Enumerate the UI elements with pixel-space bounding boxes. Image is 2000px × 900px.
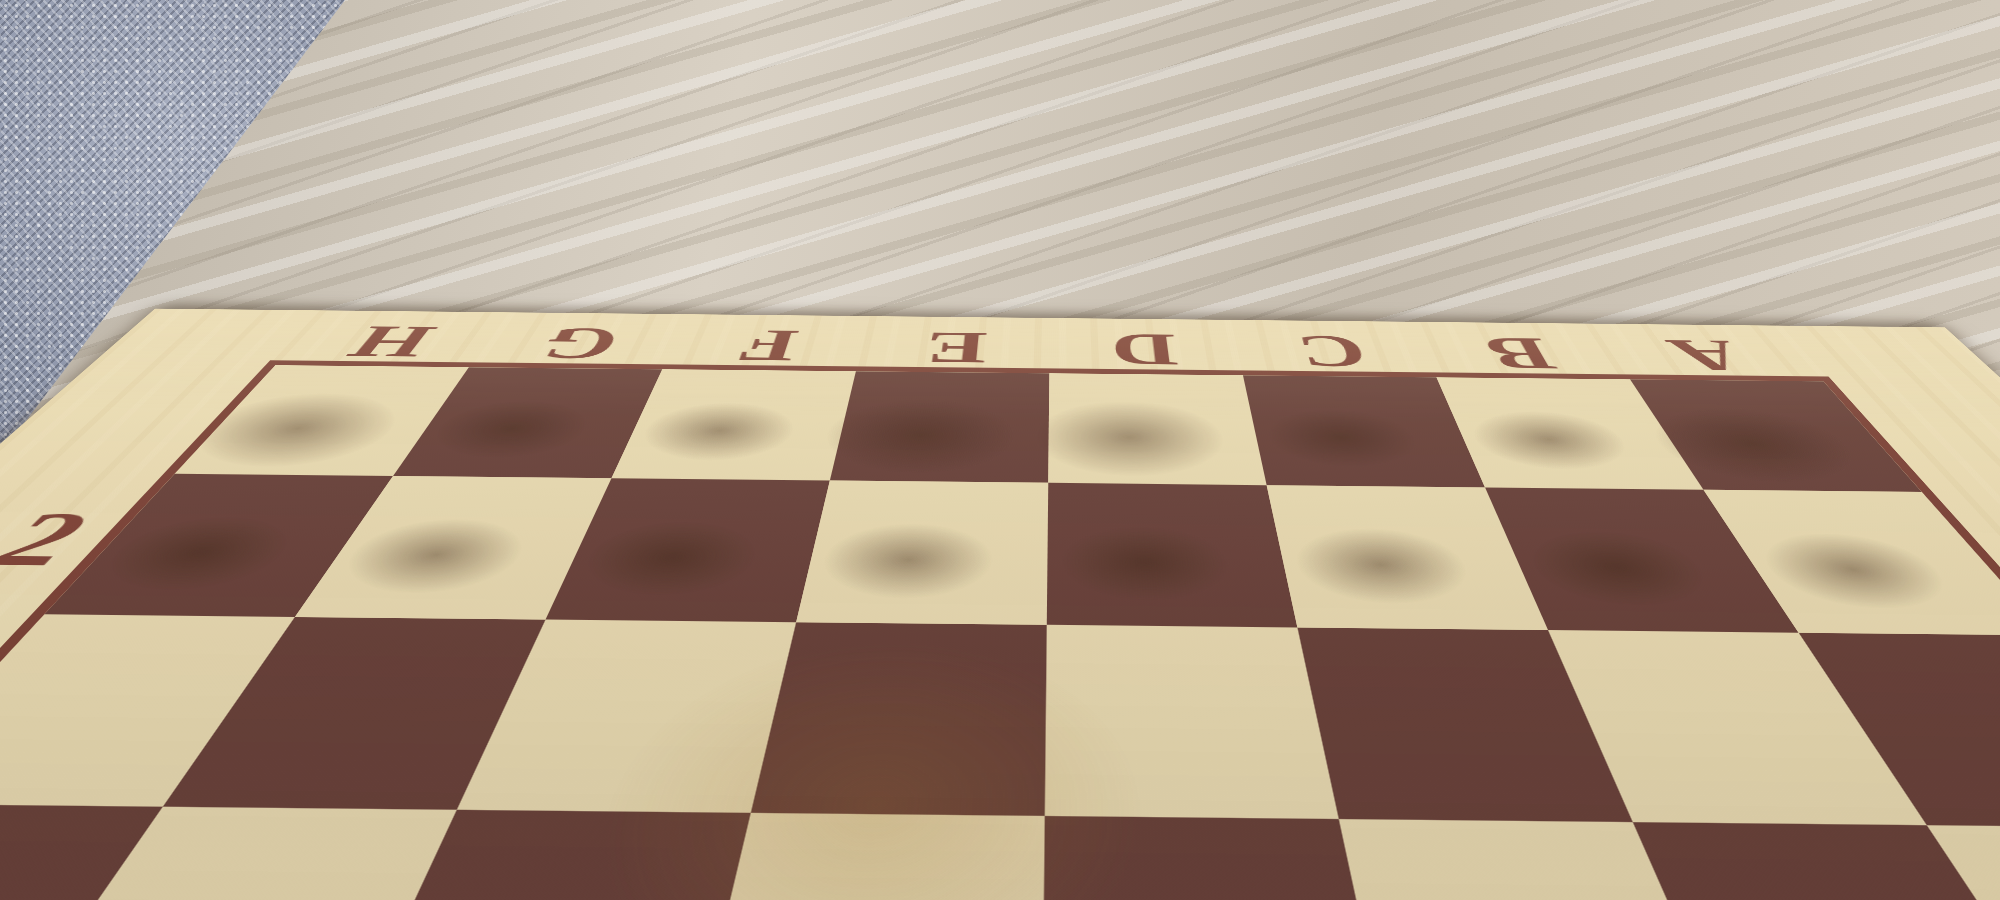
chess-photo-scene: HGFEDCBA♜♞♝♚♛♝♞♜2♟♟♟♟♟♟♟♟23 <box>0 0 2000 900</box>
chess-board: HGFEDCBA♜♞♝♚♛♝♞♜2♟♟♟♟♟♟♟♟23 <box>0 309 2000 900</box>
square-d3[interactable] <box>1045 625 1339 819</box>
square-e3[interactable] <box>751 622 1047 816</box>
piece-glyph: ♟ <box>1700 178 2000 574</box>
board-perspective-wrap: HGFEDCBA♜♞♝♚♛♝♞♜2♟♟♟♟♟♟♟♟23 <box>0 0 2000 900</box>
